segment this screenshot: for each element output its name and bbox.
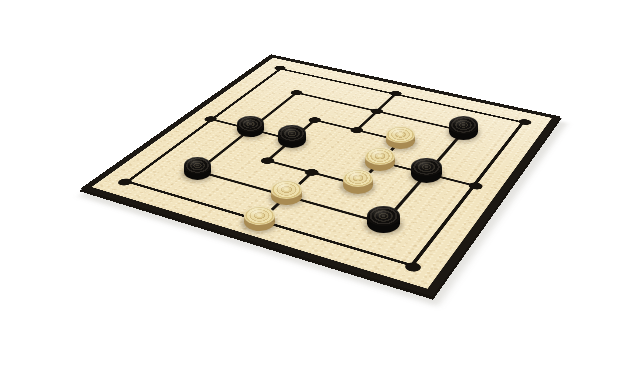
point-f6 (456, 127, 472, 135)
point-b6 (289, 89, 305, 96)
product-photo-scene (0, 0, 639, 377)
middle-square (197, 93, 463, 223)
point-d3 (303, 168, 321, 177)
point-d6 (369, 108, 385, 115)
point-d2 (277, 191, 296, 201)
point-b4 (242, 125, 259, 133)
point-e4 (371, 157, 388, 166)
point-e3 (349, 180, 367, 189)
point-e5 (392, 137, 409, 145)
point-d5 (349, 126, 366, 134)
morris-board (125, 68, 525, 267)
point-b2 (188, 167, 207, 176)
point-f4 (418, 169, 436, 178)
point-c5 (307, 116, 323, 123)
point-c4 (283, 136, 300, 144)
point-f2 (374, 218, 393, 229)
point-c3 (259, 156, 277, 165)
inner-square (267, 120, 400, 185)
